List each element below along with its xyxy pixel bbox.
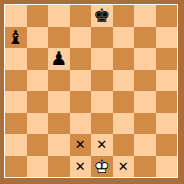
square-e4[interactable] xyxy=(91,91,113,113)
x-mark-d1: ✕ xyxy=(75,156,86,178)
square-h5[interactable] xyxy=(156,70,178,92)
square-c8[interactable] xyxy=(48,5,70,27)
square-b8[interactable] xyxy=(27,5,49,27)
square-g7[interactable] xyxy=(134,27,156,49)
chess-board: ♚♝♟✕✕✕♚♔✕ xyxy=(5,5,177,177)
chess-diagram: ♚♝♟✕✕✕♚♔✕ xyxy=(0,0,184,184)
square-a6[interactable] xyxy=(5,48,27,70)
square-f5[interactable] xyxy=(113,70,135,92)
square-a7[interactable]: ♝ xyxy=(5,27,27,49)
square-a1[interactable] xyxy=(5,156,27,178)
square-e1[interactable]: ♚♔ xyxy=(91,156,113,178)
piece-white-king: ♚♔ xyxy=(93,156,110,178)
square-d2[interactable]: ✕ xyxy=(70,134,92,156)
square-c7[interactable] xyxy=(48,27,70,49)
square-g6[interactable] xyxy=(134,48,156,70)
square-f1[interactable]: ✕ xyxy=(113,156,135,178)
square-e2[interactable]: ✕ xyxy=(91,134,113,156)
square-d5[interactable] xyxy=(70,70,92,92)
square-b6[interactable] xyxy=(27,48,49,70)
square-d3[interactable] xyxy=(70,113,92,135)
piece-glyph: ♚ xyxy=(93,4,110,26)
square-b2[interactable] xyxy=(27,134,49,156)
square-c5[interactable] xyxy=(48,70,70,92)
square-e5[interactable] xyxy=(91,70,113,92)
square-f3[interactable] xyxy=(113,113,135,135)
square-h6[interactable] xyxy=(156,48,178,70)
square-f7[interactable] xyxy=(113,27,135,49)
board-frame: ♚♝♟✕✕✕♚♔✕ xyxy=(0,0,184,184)
square-f6[interactable] xyxy=(113,48,135,70)
square-f8[interactable] xyxy=(113,5,135,27)
square-h2[interactable] xyxy=(156,134,178,156)
square-c3[interactable] xyxy=(48,113,70,135)
square-e6[interactable] xyxy=(91,48,113,70)
square-e7[interactable] xyxy=(91,27,113,49)
square-f4[interactable] xyxy=(113,91,135,113)
square-a2[interactable] xyxy=(5,134,27,156)
square-h3[interactable] xyxy=(156,113,178,135)
square-d1[interactable]: ✕ xyxy=(70,156,92,178)
square-g5[interactable] xyxy=(134,70,156,92)
square-a4[interactable] xyxy=(5,91,27,113)
square-b7[interactable] xyxy=(27,27,49,49)
square-g8[interactable] xyxy=(134,5,156,27)
square-g1[interactable] xyxy=(134,156,156,178)
square-a5[interactable] xyxy=(5,70,27,92)
square-g3[interactable] xyxy=(134,113,156,135)
piece-glyph: ♔ xyxy=(93,155,110,177)
square-c2[interactable] xyxy=(48,134,70,156)
piece-black-bishop: ♝ xyxy=(7,27,24,49)
square-c4[interactable] xyxy=(48,91,70,113)
square-d8[interactable] xyxy=(70,5,92,27)
square-c6[interactable]: ♟ xyxy=(48,48,70,70)
square-b3[interactable] xyxy=(27,113,49,135)
square-d6[interactable] xyxy=(70,48,92,70)
square-e8[interactable]: ♚ xyxy=(91,5,113,27)
square-d4[interactable] xyxy=(70,91,92,113)
square-h7[interactable] xyxy=(156,27,178,49)
piece-black-pawn: ♟ xyxy=(50,48,67,70)
square-h1[interactable] xyxy=(156,156,178,178)
square-h4[interactable] xyxy=(156,91,178,113)
square-g2[interactable] xyxy=(134,134,156,156)
square-h8[interactable] xyxy=(156,5,178,27)
square-f2[interactable] xyxy=(113,134,135,156)
square-c1[interactable] xyxy=(48,156,70,178)
x-mark-e2: ✕ xyxy=(96,134,107,156)
piece-black-king: ♚ xyxy=(93,5,110,27)
x-mark-d2: ✕ xyxy=(75,134,86,156)
square-d7[interactable] xyxy=(70,27,92,49)
piece-glyph: ♟ xyxy=(50,47,67,69)
square-b5[interactable] xyxy=(27,70,49,92)
piece-glyph: ♝ xyxy=(7,26,24,48)
board-inner-line: ♚♝♟✕✕✕♚♔✕ xyxy=(4,4,178,178)
x-mark-f1: ✕ xyxy=(118,156,129,178)
square-a3[interactable] xyxy=(5,113,27,135)
square-b4[interactable] xyxy=(27,91,49,113)
square-a8[interactable] xyxy=(5,5,27,27)
square-e3[interactable] xyxy=(91,113,113,135)
square-b1[interactable] xyxy=(27,156,49,178)
square-g4[interactable] xyxy=(134,91,156,113)
